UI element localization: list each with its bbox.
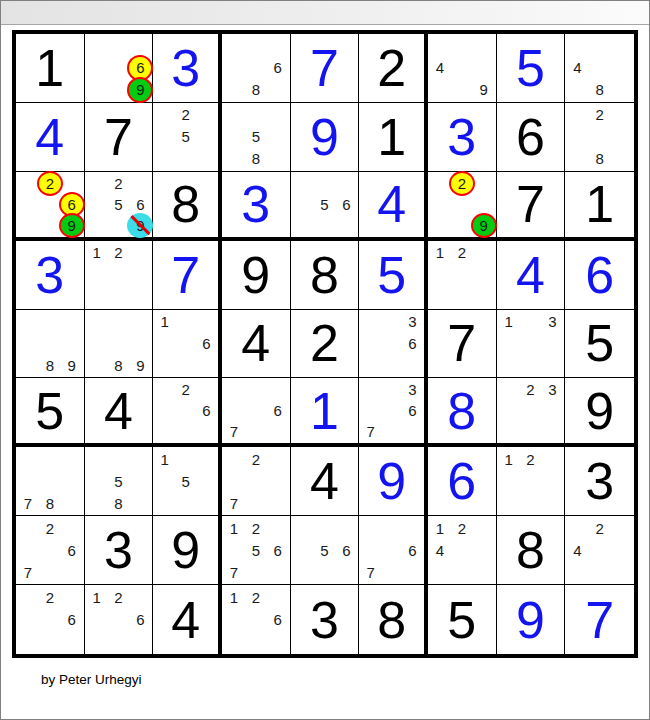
cell-r1c9[interactable]: 48 [565,34,634,103]
cell-r4c7[interactable]: 12 [428,241,497,310]
empty-candidate-slot [381,539,402,561]
empty-candidate-slot [245,608,267,630]
empty-candidate-slot [402,354,423,376]
candidate-5: 5 [175,470,196,492]
empty-candidate-slot [223,126,245,148]
empty-candidate-slot [381,517,402,539]
empty-candidate-slot [611,35,633,57]
candidate-1: 1 [154,311,175,333]
empty-candidate-slot [611,517,633,539]
empty-candidate-slot [17,173,39,194]
empty-candidate-slot [17,194,39,215]
cell-r9c5[interactable]: 3 [291,585,360,654]
candidate-8: 8 [245,148,267,170]
empty-candidate-slot [223,104,245,126]
cell-r3c9[interactable]: 1 [565,172,634,241]
empty-candidate-slot [129,35,151,57]
cell-r6c2[interactable]: 4 [85,378,154,447]
empty-candidate-slot [335,173,357,194]
empty-candidate-slot [473,194,495,215]
empty-candidate-slot [381,421,402,442]
cell-r6c4[interactable]: 67 [222,378,291,447]
empty-candidate-slot [196,126,217,148]
cell-r2c8[interactable]: 6 [497,103,566,172]
cell-r3c6[interactable]: 4 [359,172,428,241]
cell-r3c8[interactable]: 7 [497,172,566,241]
candidate-grid: 69 [86,35,152,101]
empty-candidate-slot [196,492,217,514]
empty-candidate-slot [223,35,245,57]
empty-candidate-slot [39,539,61,561]
cell-r3c7[interactable]: 29 [428,172,497,241]
empty-candidate-slot [86,194,108,215]
empty-candidate-slot [223,448,245,470]
empty-candidate-slot [360,379,381,400]
author-caption: by Peter Urhegyi [41,672,142,687]
cell-r4c1[interactable]: 3 [16,241,85,310]
empty-candidate-slot [39,470,61,492]
candidate-6: 6 [196,333,217,355]
given-digit: 5 [585,317,614,369]
candidate-9-green-circle: 9 [127,77,153,103]
empty-candidate-slot [498,421,520,442]
empty-candidate-slot [175,421,196,442]
cell-r5c5[interactable]: 2 [291,310,360,379]
empty-candidate-slot [429,35,451,57]
cell-r9c6[interactable]: 8 [359,585,428,654]
cell-r1c5[interactable]: 7 [291,34,360,103]
cell-r8c2[interactable]: 3 [85,516,154,585]
empty-candidate-slot [61,586,83,608]
given-digit: 5 [35,385,64,437]
given-digit: 1 [377,111,406,163]
empty-candidate-slot [498,400,520,421]
empty-candidate-slot [129,470,151,492]
candidate-2: 2 [175,379,196,400]
empty-candidate-slot [498,333,520,355]
empty-candidate-slot [566,126,588,148]
cell-r6c5[interactable]: 1 [291,378,360,447]
empty-candidate-slot [498,379,520,400]
candidate-grid: 26 [154,379,217,442]
empty-candidate-slot [61,492,83,514]
empty-candidate-slot [129,173,151,194]
cell-r9c2[interactable]: 126 [85,585,154,654]
empty-candidate-slot [86,264,108,286]
cell-r9c8[interactable]: 9 [497,585,566,654]
empty-candidate-slot [451,35,473,57]
solved-digit: 9 [310,111,339,163]
empty-candidate-slot [611,148,633,170]
cell-r1c6[interactable]: 2 [359,34,428,103]
candidate-grid: 68 [223,35,289,101]
given-digit: 6 [516,111,545,163]
candidate-6: 6 [196,400,217,421]
cell-r7c3[interactable]: 15 [153,447,222,516]
given-digit: 8 [310,249,339,301]
empty-candidate-slot [39,448,61,470]
cell-r9c7[interactable]: 5 [428,585,497,654]
candidate-grid: 67 [223,379,289,442]
cell-r2c6[interactable]: 1 [359,103,428,172]
empty-candidate-slot [429,194,451,215]
empty-candidate-slot [129,631,151,653]
cell-r4c6[interactable]: 5 [359,241,428,310]
empty-candidate-slot [154,126,175,148]
candidate-grid: 49 [429,35,495,101]
solved-digit: 5 [516,42,545,94]
cell-r8c7[interactable]: 124 [428,516,497,585]
candidate-2: 2 [245,586,267,608]
empty-candidate-slot [267,104,289,126]
empty-candidate-slot [541,421,563,442]
empty-candidate-slot [360,400,381,421]
candidate-grid: 67 [360,517,423,583]
empty-candidate-slot [267,631,289,653]
empty-candidate-slot [196,448,217,470]
candidate-8: 8 [589,79,611,101]
candidate-5: 5 [314,539,336,561]
cell-r4c4[interactable]: 9 [222,241,291,310]
empty-candidate-slot [154,492,175,514]
empty-candidate-slot [129,242,151,264]
empty-candidate-slot [402,517,423,539]
empty-candidate-slot [381,561,402,583]
candidate-grid: 12567 [223,517,289,583]
empty-candidate-slot [267,470,289,492]
given-digit: 8 [377,594,406,646]
empty-candidate-slot [267,492,289,514]
candidate-9: 9 [129,354,151,376]
empty-candidate-slot [245,379,267,400]
solved-digit: 3 [241,178,270,230]
empty-candidate-slot [360,333,381,355]
empty-candidate-slot [196,379,217,400]
cell-r2c7[interactable]: 3 [428,103,497,172]
cell-r6c3[interactable]: 26 [153,378,222,447]
empty-candidate-slot [61,173,83,194]
cell-r7c1[interactable]: 78 [16,447,85,516]
cell-r8c5[interactable]: 56 [291,516,360,585]
empty-candidate-slot [520,311,542,333]
cell-r7c7[interactable]: 6 [428,447,497,516]
cell-r5c2[interactable]: 89 [85,310,154,379]
cell-r4c2[interactable]: 12 [85,241,154,310]
cell-r4c9[interactable]: 6 [565,241,634,310]
solved-digit: 5 [377,249,406,301]
cell-r7c2[interactable]: 58 [85,447,154,516]
cell-r4c5[interactable]: 8 [291,241,360,310]
empty-candidate-slot [61,311,83,333]
empty-candidate-slot [108,631,130,653]
empty-candidate-slot [39,631,61,653]
candidate-grid: 56 [292,173,358,236]
candidate-8: 8 [245,79,267,101]
empty-candidate-slot [154,104,175,126]
empty-candidate-slot [86,631,108,653]
cell-r8c3[interactable]: 9 [153,516,222,585]
empty-candidate-slot [498,354,520,376]
candidate-9-green-circle: 9 [471,213,497,238]
cell-r5c7[interactable]: 7 [428,310,497,379]
empty-candidate-slot [223,57,245,79]
empty-candidate-slot [520,333,542,355]
empty-candidate-slot [39,561,61,583]
empty-candidate-slot [86,448,108,470]
empty-candidate-slot [451,215,473,236]
empty-candidate-slot [39,311,61,333]
empty-candidate-slot [245,35,267,57]
candidate-1: 1 [223,517,245,539]
empty-candidate-slot [360,354,381,376]
cell-r7c6[interactable]: 9 [359,447,428,516]
given-digit: 2 [310,317,339,369]
candidate-7: 7 [223,561,245,583]
cell-r9c1[interactable]: 26 [16,585,85,654]
empty-candidate-slot [429,215,451,236]
cell-r2c4[interactable]: 58 [222,103,291,172]
empty-candidate-slot [61,333,83,355]
empty-candidate-slot [473,264,495,286]
empty-candidate-slot [473,561,495,583]
cell-r7c8[interactable]: 12 [497,447,566,516]
candidate-6: 6 [402,400,423,421]
empty-candidate-slot [566,561,588,583]
empty-candidate-slot [335,561,357,583]
candidate-2: 2 [520,379,542,400]
cell-r1c7[interactable]: 49 [428,34,497,103]
empty-candidate-slot [129,286,151,308]
cell-r2c9[interactable]: 28 [565,103,634,172]
empty-candidate-slot [498,492,520,514]
cell-r6c1[interactable]: 5 [16,378,85,447]
cell-r3c4[interactable]: 3 [222,172,291,241]
empty-candidate-slot [566,79,588,101]
candidate-grid: 2569 [86,173,152,236]
cell-r8c1[interactable]: 267 [16,516,85,585]
candidate-grid: 124 [429,517,495,583]
candidate-6: 6 [129,608,151,630]
cell-r9c4[interactable]: 126 [222,585,291,654]
solved-digit: 3 [171,42,200,94]
cell-r6c6[interactable]: 367 [359,378,428,447]
empty-candidate-slot [314,173,336,194]
empty-candidate-slot [314,517,336,539]
empty-candidate-slot [381,311,402,333]
candidate-grid: 26 [17,586,83,653]
empty-candidate-slot [541,470,563,492]
solved-digit: 3 [447,111,476,163]
empty-candidate-slot [196,148,217,170]
cell-r1c8[interactable]: 5 [497,34,566,103]
empty-candidate-slot [154,148,175,170]
empty-candidate-slot [589,35,611,57]
given-digit: 1 [35,42,64,94]
candidate-6: 6 [61,539,83,561]
cell-r3c5[interactable]: 56 [291,172,360,241]
cell-r1c3[interactable]: 3 [153,34,222,103]
cell-r2c5[interactable]: 9 [291,103,360,172]
empty-candidate-slot [196,354,217,376]
cell-r5c3[interactable]: 16 [153,310,222,379]
cell-r5c8[interactable]: 13 [497,310,566,379]
cell-r8c8[interactable]: 8 [497,516,566,585]
empty-candidate-slot [451,57,473,79]
empty-candidate-slot [566,35,588,57]
empty-candidate-slot [245,421,267,442]
cell-r6c8[interactable]: 23 [497,378,566,447]
cell-r3c1[interactable]: 269 [16,172,85,241]
empty-candidate-slot [223,148,245,170]
cell-r2c2[interactable]: 7 [85,103,154,172]
candidate-grid: 89 [17,311,83,377]
given-digit: 3 [585,455,614,507]
cell-r3c3[interactable]: 8 [153,172,222,241]
empty-candidate-slot [39,608,61,630]
given-digit: 5 [447,594,476,646]
empty-candidate-slot [86,333,108,355]
candidate-grid: 126 [223,586,289,653]
candidate-grid: 36 [360,311,423,377]
candidate-grid: 58 [223,104,289,170]
candidate-2: 2 [245,517,267,539]
given-digit: 3 [310,594,339,646]
empty-candidate-slot [245,104,267,126]
title-bar [1,1,649,25]
cell-r9c3[interactable]: 4 [153,585,222,654]
candidate-1: 1 [498,448,520,470]
cell-r8c9[interactable]: 24 [565,516,634,585]
cell-r5c9[interactable]: 5 [565,310,634,379]
empty-candidate-slot [175,148,196,170]
candidate-7: 7 [223,421,245,442]
cell-r4c8[interactable]: 4 [497,241,566,310]
candidate-1: 1 [86,242,108,264]
solved-digit: 7 [585,594,614,646]
candidate-grid: 267 [17,517,83,583]
candidate-1: 1 [498,311,520,333]
empty-candidate-slot [17,311,39,333]
empty-candidate-slot [175,448,196,470]
cell-r7c5[interactable]: 4 [291,447,360,516]
empty-candidate-slot [108,57,130,79]
cell-r5c1[interactable]: 89 [16,310,85,379]
empty-candidate-slot [61,470,83,492]
empty-candidate-slot [223,470,245,492]
empty-candidate-slot [17,631,39,653]
candidate-6: 6 [267,608,289,630]
empty-candidate-slot [611,79,633,101]
cell-r1c2[interactable]: 69 [85,34,154,103]
solved-digit: 4 [377,178,406,230]
candidate-2: 2 [39,517,61,539]
empty-candidate-slot [17,354,39,376]
empty-candidate-slot [611,561,633,583]
cell-r2c1[interactable]: 4 [16,103,85,172]
cell-r6c7[interactable]: 8 [428,378,497,447]
empty-candidate-slot [473,173,495,194]
candidate-4: 4 [566,539,588,561]
candidate-3: 3 [402,311,423,333]
cell-r8c6[interactable]: 67 [359,516,428,585]
given-digit: 4 [171,594,200,646]
empty-candidate-slot [39,215,61,236]
cell-r3c2[interactable]: 2569 [85,172,154,241]
cell-r7c9[interactable]: 3 [565,447,634,516]
given-digit: 4 [104,385,133,437]
empty-candidate-slot [473,242,495,264]
empty-candidate-slot [292,561,314,583]
candidate-grid: 28 [566,104,633,170]
candidate-grid: 12 [86,242,152,308]
empty-candidate-slot [473,539,495,561]
empty-candidate-slot [381,379,402,400]
cell-r5c6[interactable]: 36 [359,310,428,379]
cell-r7c4[interactable]: 27 [222,447,291,516]
candidate-grid: 25 [154,104,217,170]
empty-candidate-slot [429,561,451,583]
empty-candidate-slot [17,448,39,470]
candidate-6: 6 [267,539,289,561]
solved-digit: 7 [171,249,200,301]
empty-candidate-slot [541,448,563,470]
empty-candidate-slot [245,492,267,514]
cell-r6c9[interactable]: 9 [565,378,634,447]
candidate-grid: 12 [429,242,495,308]
empty-candidate-slot [314,215,336,236]
candidate-6: 6 [267,57,289,79]
solved-digit: 1 [310,385,339,437]
empty-candidate-slot [108,286,130,308]
empty-candidate-slot [541,354,563,376]
empty-candidate-slot [520,400,542,421]
candidate-2: 2 [108,173,130,194]
empty-candidate-slot [175,492,196,514]
candidate-9-cyan-circle: 9 [127,213,153,238]
empty-candidate-slot [267,421,289,442]
candidate-5: 5 [108,194,130,215]
empty-candidate-slot [86,492,108,514]
given-digit: 4 [310,455,339,507]
cell-r2c3[interactable]: 25 [153,103,222,172]
empty-candidate-slot [541,400,563,421]
cell-r9c9[interactable]: 7 [565,585,634,654]
cell-r1c4[interactable]: 68 [222,34,291,103]
cell-r8c4[interactable]: 12567 [222,516,291,585]
cell-r1c1[interactable]: 1 [16,34,85,103]
candidate-7: 7 [17,492,39,514]
candidate-8: 8 [39,354,61,376]
cell-r4c3[interactable]: 7 [153,241,222,310]
empty-candidate-slot [267,126,289,148]
empty-candidate-slot [223,608,245,630]
empty-candidate-slot [129,333,151,355]
empty-candidate-slot [267,379,289,400]
empty-candidate-slot [267,561,289,583]
empty-candidate-slot [360,311,381,333]
candidate-8: 8 [589,148,611,170]
empty-candidate-slot [381,400,402,421]
candidate-3: 3 [541,311,563,333]
empty-candidate-slot [108,215,130,236]
candidate-grid: 29 [429,173,495,236]
cell-r5c4[interactable]: 4 [222,310,291,379]
empty-candidate-slot [589,57,611,79]
given-digit: 7 [516,178,545,230]
empty-candidate-slot [267,586,289,608]
candidate-2: 2 [589,517,611,539]
empty-candidate-slot [17,470,39,492]
